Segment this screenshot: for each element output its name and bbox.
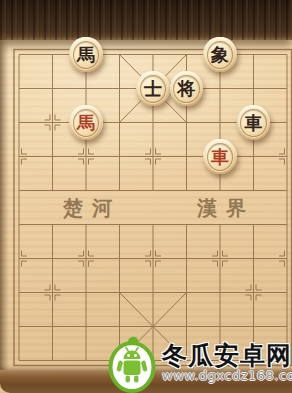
intersection-c6r5[interactable] (203, 208, 237, 242)
intersection-c0r7[interactable] (2, 276, 36, 310)
intersection-c8r0[interactable] (270, 38, 292, 72)
intersection-c7r5[interactable] (237, 208, 271, 242)
intersection-c0r6[interactable] (2, 242, 36, 276)
piece-black-chariot[interactable]: 車 (237, 105, 271, 140)
intersection-c0r0[interactable] (2, 38, 36, 72)
intersection-c6r3[interactable]: 車 (203, 140, 237, 174)
intersection-c0r5[interactable] (2, 208, 36, 242)
watermark: 冬瓜安卓网 www.dgxcdz168.com (106, 334, 292, 393)
piece-black-advisor[interactable]: 士 (136, 71, 170, 106)
intersection-c4r5[interactable] (136, 208, 170, 242)
piece-black-general[interactable]: 将 (170, 71, 204, 106)
intersection-c4r0[interactable] (136, 38, 170, 72)
intersection-c1r4[interactable] (36, 174, 70, 208)
board-grid: 馬象士将馬車車 (2, 38, 292, 378)
intersection-c6r6[interactable] (203, 242, 237, 276)
android-melon-icon (106, 335, 158, 393)
piece-glyph-horse: 馬 (77, 45, 95, 63)
intersection-c7r1[interactable] (237, 72, 271, 106)
intersection-c5r0[interactable] (170, 38, 204, 72)
intersection-c2r8[interactable] (69, 310, 103, 344)
intersection-c6r7[interactable] (203, 276, 237, 310)
intersection-c3r6[interactable] (103, 242, 137, 276)
piece-black-elephant[interactable]: 象 (203, 37, 237, 72)
piece-glyph-chariot: 車 (211, 147, 229, 165)
piece-glyph-general: 将 (178, 79, 196, 97)
intersection-c8r2[interactable] (270, 106, 292, 140)
intersection-c5r3[interactable] (170, 140, 204, 174)
intersection-c6r0[interactable]: 象 (203, 38, 237, 72)
intersection-c8r4[interactable] (270, 174, 292, 208)
piece-black-horse[interactable]: 馬 (69, 37, 103, 72)
intersection-c2r3[interactable] (69, 140, 103, 174)
intersection-c8r5[interactable] (270, 208, 292, 242)
intersection-c3r2[interactable] (103, 106, 137, 140)
intersection-c2r7[interactable] (69, 276, 103, 310)
intersection-c2r5[interactable] (69, 208, 103, 242)
intersection-c4r4[interactable] (136, 174, 170, 208)
intersection-c7r7[interactable] (237, 276, 271, 310)
intersection-c0r2[interactable] (2, 106, 36, 140)
intersection-c4r1[interactable]: 士 (136, 72, 170, 106)
intersection-c3r4[interactable] (103, 174, 137, 208)
intersection-c0r1[interactable] (2, 72, 36, 106)
intersection-c1r1[interactable] (36, 72, 70, 106)
intersection-c6r4[interactable] (203, 174, 237, 208)
intersection-c5r4[interactable] (170, 174, 204, 208)
intersection-c5r7[interactable] (170, 276, 204, 310)
piece-glyph-elephant: 象 (211, 45, 229, 63)
intersection-c7r3[interactable] (237, 140, 271, 174)
piece-glyph-chariot: 車 (245, 113, 263, 131)
intersection-c5r5[interactable] (170, 208, 204, 242)
intersection-c1r0[interactable] (36, 38, 70, 72)
intersection-c4r2[interactable] (136, 106, 170, 140)
intersection-c4r7[interactable] (136, 276, 170, 310)
intersection-c0r8[interactable] (2, 310, 36, 344)
intersection-c8r7[interactable] (270, 276, 292, 310)
intersection-c6r2[interactable] (203, 106, 237, 140)
intersection-c1r6[interactable] (36, 242, 70, 276)
intersection-c2r2[interactable]: 馬 (69, 106, 103, 140)
piece-glyph-advisor: 士 (144, 79, 162, 97)
intersection-c2r4[interactable] (69, 174, 103, 208)
intersection-c3r7[interactable] (103, 276, 137, 310)
intersection-c0r3[interactable] (2, 140, 36, 174)
intersection-c1r8[interactable] (36, 310, 70, 344)
intersection-c3r5[interactable] (103, 208, 137, 242)
piece-glyph-horse: 馬 (77, 113, 95, 131)
intersection-c1r9[interactable] (36, 344, 70, 378)
intersection-c4r6[interactable] (136, 242, 170, 276)
intersection-c1r7[interactable] (36, 276, 70, 310)
intersection-c3r0[interactable] (103, 38, 137, 72)
intersection-c6r1[interactable] (203, 72, 237, 106)
intersection-c3r1[interactable] (103, 72, 137, 106)
intersection-c3r3[interactable] (103, 140, 137, 174)
watermark-site-url: www.dgxcdz168.com (162, 369, 292, 383)
intersection-c8r3[interactable] (270, 140, 292, 174)
intersection-c1r5[interactable] (36, 208, 70, 242)
intersection-c5r1[interactable]: 将 (170, 72, 204, 106)
intersection-c2r6[interactable] (69, 242, 103, 276)
piece-red-chariot[interactable]: 車 (203, 139, 237, 174)
intersection-c7r4[interactable] (237, 174, 271, 208)
intersection-c5r2[interactable] (170, 106, 204, 140)
intersection-c8r6[interactable] (270, 242, 292, 276)
intersection-c4r3[interactable] (136, 140, 170, 174)
piece-red-horse[interactable]: 馬 (69, 105, 103, 140)
intersection-c2r0[interactable]: 馬 (69, 38, 103, 72)
intersection-c7r6[interactable] (237, 242, 271, 276)
intersection-c0r4[interactable] (2, 174, 36, 208)
intersection-c1r2[interactable] (36, 106, 70, 140)
intersection-c8r1[interactable] (270, 72, 292, 106)
intersection-c7r2[interactable]: 車 (237, 106, 271, 140)
intersection-c7r0[interactable] (237, 38, 271, 72)
intersection-c0r9[interactable] (2, 344, 36, 378)
intersection-c5r6[interactable] (170, 242, 204, 276)
intersection-c2r9[interactable] (69, 344, 103, 378)
intersection-c1r3[interactable] (36, 140, 70, 174)
watermark-site-name: 冬瓜安卓网 (162, 343, 292, 369)
intersection-c2r1[interactable] (69, 72, 103, 106)
